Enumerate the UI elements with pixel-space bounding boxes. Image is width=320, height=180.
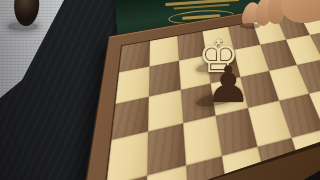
photo-frame: ♚ ♟ — [0, 0, 320, 180]
piece-black-pawn: ♟ — [206, 60, 251, 110]
fingertip-shadow — [240, 23, 260, 29]
square-a4 — [106, 132, 147, 180]
